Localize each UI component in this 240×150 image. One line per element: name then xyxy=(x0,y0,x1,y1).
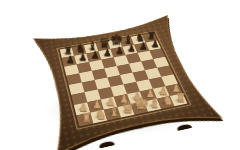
board-foot xyxy=(176,123,193,132)
white-queen: ♛ xyxy=(121,100,135,115)
black-pawn: ♟ xyxy=(127,44,136,54)
white-knight: ♞ xyxy=(162,94,173,107)
white-knight: ♞ xyxy=(94,108,106,121)
white-rook: ♜ xyxy=(81,112,92,124)
white-rook: ♜ xyxy=(175,92,185,104)
white-king: ♚ xyxy=(133,95,148,112)
black-pawn: ♟ xyxy=(115,46,124,56)
black-pawn: ♟ xyxy=(78,53,87,63)
chess-set: ♜♞♝♛♚♝♞♜♟♟♟♟♟♟♟♟♟♟♟♟♟♟♟♟♜♞♝♛♚♝♞♜ xyxy=(60,33,188,127)
black-pawn: ♟ xyxy=(151,39,159,48)
black-pawn: ♟ xyxy=(139,41,148,50)
black-pawn: ♟ xyxy=(91,50,100,60)
scene-3d: ♜♞♝♛♚♝♞♜♟♟♟♟♟♟♟♟♟♟♟♟♟♟♟♟♜♞♝♛♚♝♞♜ xyxy=(0,0,240,150)
chess-set-photo: ♜♞♝♛♚♝♞♜♟♟♟♟♟♟♟♟♟♟♟♟♟♟♟♟♜♞♝♛♚♝♞♜ xyxy=(0,0,240,150)
black-pawn: ♟ xyxy=(66,55,75,65)
white-bishop: ♝ xyxy=(108,105,120,118)
board-foot xyxy=(98,140,115,150)
black-pawn: ♟ xyxy=(103,48,112,58)
white-bishop: ♝ xyxy=(148,96,160,109)
